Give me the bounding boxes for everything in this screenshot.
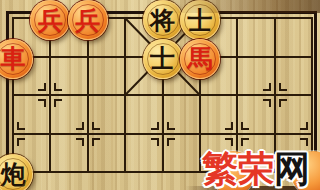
position-marker (241, 122, 249, 130)
position-marker (300, 138, 308, 146)
position-marker (167, 138, 175, 146)
piece-label: 兵 (38, 8, 63, 33)
position-marker (263, 99, 271, 107)
position-marker (76, 138, 84, 146)
position-marker (17, 122, 25, 130)
piece-black-general[interactable]: 将 (143, 0, 183, 40)
position-marker (167, 122, 175, 130)
position-marker (38, 83, 46, 91)
piece-label: 将 (150, 8, 175, 33)
position-marker (76, 122, 84, 130)
position-marker (17, 138, 25, 146)
piece-red-pawn-2[interactable]: 兵 (68, 0, 108, 40)
position-marker (92, 122, 100, 130)
piece-red-horse[interactable]: 馬 (180, 39, 220, 79)
position-marker (54, 99, 62, 107)
watermark-red-chars: 繁荣 (202, 148, 274, 189)
position-marker (38, 99, 46, 107)
xiangqi-board: 兵兵将士車士馬炮 繁荣网 (0, 0, 320, 190)
position-marker (279, 83, 287, 91)
grid-line-file (49, 17, 51, 173)
watermark-dark-char: 网 (274, 148, 310, 189)
piece-label: 兵 (75, 8, 100, 33)
piece-black-advisor-1[interactable]: 士 (180, 0, 220, 40)
position-marker (151, 122, 159, 130)
piece-label: 馬 (188, 46, 213, 71)
position-marker (225, 138, 233, 146)
position-marker (225, 122, 233, 130)
position-marker (300, 122, 308, 130)
piece-label: 士 (188, 8, 213, 33)
position-marker (54, 83, 62, 91)
piece-label: 車 (1, 46, 26, 71)
position-marker (279, 99, 287, 107)
piece-black-advisor-2[interactable]: 士 (143, 39, 183, 79)
position-marker (151, 138, 159, 146)
position-marker (92, 138, 100, 146)
piece-label: 士 (150, 46, 175, 71)
watermark-text: 繁荣网 (202, 151, 310, 187)
grid-line-file (87, 17, 89, 173)
position-marker (241, 138, 249, 146)
position-marker (263, 83, 271, 91)
piece-label: 炮 (1, 162, 26, 187)
